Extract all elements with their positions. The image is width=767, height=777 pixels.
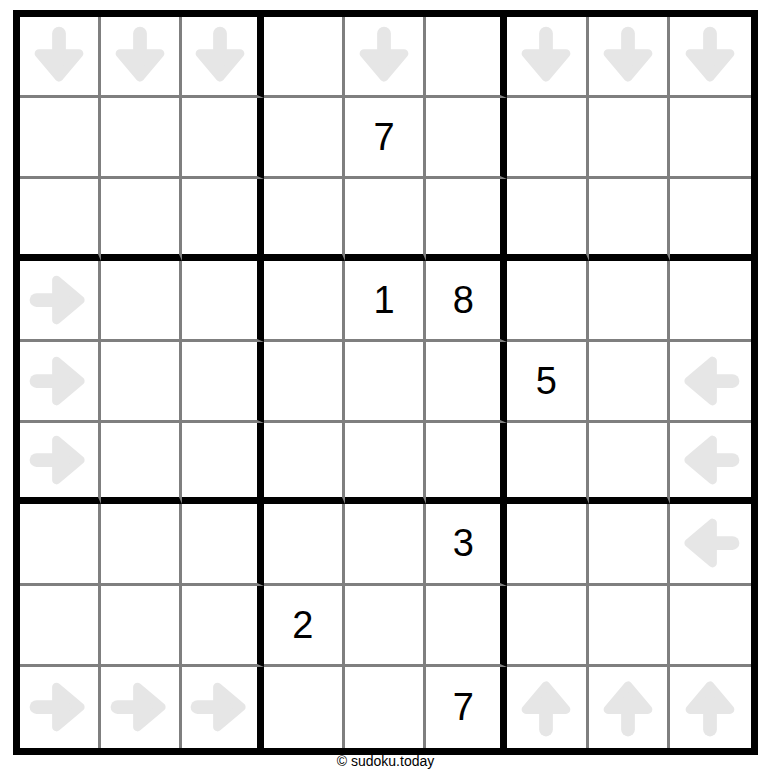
cell-r2c9[interactable] — [670, 98, 751, 179]
copyright-text: © sudoku.today — [13, 753, 758, 769]
arrow-down-icon — [598, 26, 658, 86]
cell-r6c6[interactable] — [426, 423, 507, 504]
arrow-down-icon — [680, 26, 740, 86]
cell-r4c7[interactable] — [507, 261, 588, 342]
cell-r7c3[interactable] — [182, 504, 263, 585]
cell-r4c4[interactable] — [264, 261, 345, 342]
arrow-left-icon — [680, 430, 740, 490]
cell-r2c8[interactable] — [589, 98, 670, 179]
cell-r3c8[interactable] — [589, 179, 670, 260]
cell-r3c2[interactable] — [101, 179, 182, 260]
cell-r4c9[interactable] — [670, 261, 751, 342]
cell-r1c2[interactable] — [101, 17, 182, 98]
cell-r6c7[interactable] — [507, 423, 588, 504]
cell-r8c6[interactable] — [426, 586, 507, 667]
cell-r2c6[interactable] — [426, 98, 507, 179]
cell-r2c3[interactable] — [182, 98, 263, 179]
arrow-right-icon — [110, 677, 170, 737]
arrow-right-icon — [29, 270, 89, 330]
cell-r7c5[interactable] — [345, 504, 426, 585]
cell-r8c4[interactable]: 2 — [264, 586, 345, 667]
cell-r7c7[interactable] — [507, 504, 588, 585]
given-digit: 3 — [453, 524, 474, 562]
arrow-up-icon — [516, 677, 576, 737]
arrow-down-icon — [190, 26, 250, 86]
cell-r9c3[interactable] — [182, 667, 263, 748]
arrow-right-icon — [29, 430, 89, 490]
cell-r8c9[interactable] — [670, 586, 751, 667]
arrow-up-icon — [680, 677, 740, 737]
given-digit: 1 — [373, 281, 394, 319]
cell-r2c4[interactable] — [264, 98, 345, 179]
cell-r5c8[interactable] — [589, 342, 670, 423]
cell-r6c9[interactable] — [670, 423, 751, 504]
cell-r3c4[interactable] — [264, 179, 345, 260]
cell-r6c1[interactable] — [20, 423, 101, 504]
given-digit: 7 — [373, 118, 394, 156]
cell-r8c7[interactable] — [507, 586, 588, 667]
cell-r1c5[interactable] — [345, 17, 426, 98]
cell-r1c1[interactable] — [20, 17, 101, 98]
cell-r9c8[interactable] — [589, 667, 670, 748]
cell-r9c1[interactable] — [20, 667, 101, 748]
cell-r7c8[interactable] — [589, 504, 670, 585]
cell-r3c1[interactable] — [20, 179, 101, 260]
cell-r8c2[interactable] — [101, 586, 182, 667]
cell-r7c4[interactable] — [264, 504, 345, 585]
cell-r5c4[interactable] — [264, 342, 345, 423]
puzzle-page: 7185327 © sudoku.today — [0, 0, 767, 777]
cell-r9c9[interactable] — [670, 667, 751, 748]
arrow-down-icon — [110, 26, 170, 86]
cell-r5c1[interactable] — [20, 342, 101, 423]
cell-r9c4[interactable] — [264, 667, 345, 748]
sudoku-board: 7185327 — [13, 10, 758, 755]
cell-r4c2[interactable] — [101, 261, 182, 342]
given-digit: 8 — [453, 281, 474, 319]
cell-r2c2[interactable] — [101, 98, 182, 179]
cell-r7c9[interactable] — [670, 504, 751, 585]
arrow-down-icon — [354, 26, 414, 86]
cell-r5c7[interactable]: 5 — [507, 342, 588, 423]
cell-r9c2[interactable] — [101, 667, 182, 748]
cell-r3c5[interactable] — [345, 179, 426, 260]
cell-r1c4[interactable] — [264, 17, 345, 98]
cell-r7c6[interactable]: 3 — [426, 504, 507, 585]
cell-r4c1[interactable] — [20, 261, 101, 342]
cell-r2c1[interactable] — [20, 98, 101, 179]
cell-r9c7[interactable] — [507, 667, 588, 748]
cell-r5c5[interactable] — [345, 342, 426, 423]
cell-r3c3[interactable] — [182, 179, 263, 260]
arrow-right-icon — [29, 677, 89, 737]
cell-r6c4[interactable] — [264, 423, 345, 504]
arrow-right-icon — [29, 351, 89, 411]
cell-r7c2[interactable] — [101, 504, 182, 585]
given-digit: 7 — [453, 688, 474, 726]
cell-r6c2[interactable] — [101, 423, 182, 504]
arrow-left-icon — [680, 513, 740, 573]
cell-r4c8[interactable] — [589, 261, 670, 342]
cell-r8c1[interactable] — [20, 586, 101, 667]
cell-r1c8[interactable] — [589, 17, 670, 98]
arrow-down-icon — [29, 26, 89, 86]
given-digit: 2 — [292, 606, 313, 644]
cell-r3c9[interactable] — [670, 179, 751, 260]
cell-r9c6[interactable]: 7 — [426, 667, 507, 748]
cell-r6c3[interactable] — [182, 423, 263, 504]
cell-r1c9[interactable] — [670, 17, 751, 98]
arrow-up-icon — [598, 677, 658, 737]
cell-r5c9[interactable] — [670, 342, 751, 423]
cell-r5c2[interactable] — [101, 342, 182, 423]
cell-r2c5[interactable]: 7 — [345, 98, 426, 179]
cell-r7c1[interactable] — [20, 504, 101, 585]
cell-r8c5[interactable] — [345, 586, 426, 667]
cell-r5c3[interactable] — [182, 342, 263, 423]
cell-r3c7[interactable] — [507, 179, 588, 260]
cell-r9c5[interactable] — [345, 667, 426, 748]
cell-r4c6[interactable]: 8 — [426, 261, 507, 342]
cell-r4c3[interactable] — [182, 261, 263, 342]
cell-r3c6[interactable] — [426, 179, 507, 260]
cell-r5c6[interactable] — [426, 342, 507, 423]
cell-r2c7[interactable] — [507, 98, 588, 179]
cell-r8c3[interactable] — [182, 586, 263, 667]
cell-r4c5[interactable]: 1 — [345, 261, 426, 342]
cell-r8c8[interactable] — [589, 586, 670, 667]
cell-r1c3[interactable] — [182, 17, 263, 98]
arrow-right-icon — [190, 677, 250, 737]
arrow-left-icon — [680, 351, 740, 411]
cell-r6c5[interactable] — [345, 423, 426, 504]
cell-r1c7[interactable] — [507, 17, 588, 98]
cell-r6c8[interactable] — [589, 423, 670, 504]
arrow-down-icon — [516, 26, 576, 86]
cell-r1c6[interactable] — [426, 17, 507, 98]
given-digit: 5 — [536, 362, 557, 400]
